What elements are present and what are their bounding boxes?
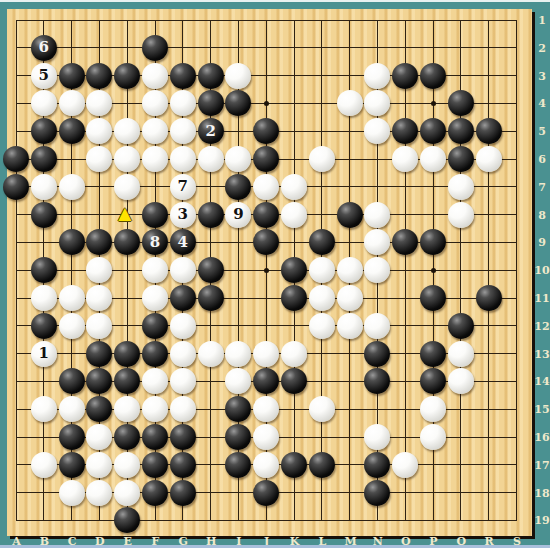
stone-white[interactable]: 1 (31, 341, 57, 367)
stone-black[interactable]: 4 (170, 229, 196, 255)
stone-black[interactable] (448, 146, 474, 172)
stone-black[interactable] (170, 63, 196, 89)
grid-line-vertical (405, 20, 406, 521)
stone-white[interactable] (448, 341, 474, 367)
stone-white[interactable] (309, 146, 335, 172)
stone-white[interactable] (59, 90, 85, 116)
stone-white[interactable] (170, 257, 196, 283)
stone-black[interactable] (3, 146, 29, 172)
stone-black[interactable] (31, 146, 57, 172)
row-label: 9 (534, 236, 550, 249)
row-label: 15 (534, 403, 550, 416)
stone-white[interactable]: 5 (31, 63, 57, 89)
move-number-label: 3 (178, 207, 188, 222)
stone-black[interactable] (59, 229, 85, 255)
stone-white[interactable] (170, 90, 196, 116)
stone-white[interactable] (86, 480, 112, 506)
stone-black[interactable] (420, 285, 446, 311)
stone-black[interactable] (142, 341, 168, 367)
row-label: 18 (534, 487, 550, 500)
move-number-label: 7 (178, 179, 188, 194)
stone-white[interactable] (59, 174, 85, 200)
stone-black[interactable] (114, 341, 140, 367)
stone-black[interactable] (59, 368, 85, 394)
move-number-label: 8 (150, 235, 160, 250)
stone-white[interactable] (86, 313, 112, 339)
stone-black[interactable] (448, 90, 474, 116)
stone-white[interactable] (309, 313, 335, 339)
stone-black[interactable] (142, 313, 168, 339)
stone-white[interactable] (420, 396, 446, 422)
stone-white[interactable] (364, 202, 390, 228)
star-point (431, 101, 436, 106)
stone-black[interactable] (225, 452, 251, 478)
stone-black[interactable] (198, 90, 224, 116)
stone-black[interactable] (142, 452, 168, 478)
stone-black[interactable] (59, 118, 85, 144)
row-label: 10 (534, 264, 550, 277)
stone-black[interactable] (198, 63, 224, 89)
move-number-label: 2 (205, 124, 215, 139)
move-number-label: 1 (39, 346, 49, 361)
row-label: 19 (534, 514, 550, 527)
stone-black[interactable] (170, 452, 196, 478)
stone-white[interactable] (114, 174, 140, 200)
stone-white[interactable] (31, 285, 57, 311)
stone-white[interactable] (448, 368, 474, 394)
stone-black[interactable] (31, 118, 57, 144)
stone-white[interactable] (170, 118, 196, 144)
stone-black[interactable] (281, 285, 307, 311)
stone-black[interactable] (3, 174, 29, 200)
stone-black[interactable]: 2 (198, 118, 224, 144)
row-label: 2 (534, 42, 550, 55)
stone-white[interactable] (142, 285, 168, 311)
stone-white[interactable] (170, 396, 196, 422)
row-label: 3 (534, 70, 550, 83)
stone-white[interactable] (59, 396, 85, 422)
stone-black[interactable] (364, 452, 390, 478)
stone-white[interactable] (170, 341, 196, 367)
stone-black[interactable] (114, 63, 140, 89)
stone-black[interactable] (142, 480, 168, 506)
stone-black[interactable] (198, 257, 224, 283)
stone-white[interactable] (198, 146, 224, 172)
stone-white[interactable] (309, 257, 335, 283)
stone-black[interactable] (309, 229, 335, 255)
stone-white[interactable] (337, 90, 363, 116)
stone-white[interactable] (476, 146, 502, 172)
stone-white[interactable] (281, 202, 307, 228)
row-label: 4 (534, 97, 550, 110)
stone-black[interactable] (170, 285, 196, 311)
stone-white[interactable] (142, 257, 168, 283)
grid-line-horizontal (16, 520, 517, 521)
stone-white[interactable] (337, 313, 363, 339)
stone-black[interactable] (31, 313, 57, 339)
go-board[interactable]: 652739841 (7, 9, 532, 536)
triangle-marker: ▲ (118, 205, 131, 222)
go-app-window: 652739841 ▲ABCDEFGHIJKLMNOPQRS1234567891… (0, 0, 550, 548)
stone-white[interactable] (253, 452, 279, 478)
stone-black[interactable] (364, 341, 390, 367)
stone-white[interactable] (170, 368, 196, 394)
stone-white[interactable] (364, 63, 390, 89)
stone-white[interactable] (337, 285, 363, 311)
stone-white[interactable] (114, 146, 140, 172)
stone-black[interactable] (170, 424, 196, 450)
stone-black[interactable] (364, 480, 390, 506)
stone-black[interactable] (281, 452, 307, 478)
stone-white[interactable] (420, 424, 446, 450)
stone-black[interactable] (31, 257, 57, 283)
stone-black[interactable] (253, 202, 279, 228)
grid-line-vertical (516, 20, 517, 521)
stone-white[interactable] (364, 313, 390, 339)
grid-line-vertical (488, 20, 489, 521)
stone-black[interactable] (198, 202, 224, 228)
stone-black[interactable] (253, 146, 279, 172)
stone-white[interactable] (31, 396, 57, 422)
row-label: 8 (534, 209, 550, 222)
stone-white[interactable]: 7 (170, 174, 196, 200)
stone-white[interactable] (142, 146, 168, 172)
stone-white[interactable] (59, 313, 85, 339)
stone-black[interactable] (309, 452, 335, 478)
stone-black[interactable] (281, 257, 307, 283)
move-number-label: 4 (178, 235, 188, 250)
row-label: 5 (534, 125, 550, 138)
stone-white[interactable] (337, 257, 363, 283)
stone-white[interactable] (31, 452, 57, 478)
stone-white[interactable] (448, 202, 474, 228)
stone-white[interactable] (392, 452, 418, 478)
stone-black[interactable] (59, 63, 85, 89)
stone-white[interactable] (448, 174, 474, 200)
stone-black[interactable] (142, 424, 168, 450)
row-label: 16 (534, 431, 550, 444)
stone-black[interactable] (86, 63, 112, 89)
stone-white[interactable] (225, 341, 251, 367)
stone-white[interactable] (86, 452, 112, 478)
stone-white[interactable] (225, 63, 251, 89)
stone-black[interactable] (420, 341, 446, 367)
stone-white[interactable] (253, 174, 279, 200)
stone-black[interactable] (31, 202, 57, 228)
row-label: 7 (534, 181, 550, 194)
row-label: 12 (534, 320, 550, 333)
stone-white[interactable] (309, 285, 335, 311)
stone-black[interactable]: 6 (31, 35, 57, 61)
stone-white[interactable] (114, 480, 140, 506)
row-label: 14 (534, 375, 550, 388)
star-point (431, 268, 436, 273)
row-label: 17 (534, 459, 550, 472)
stone-black[interactable] (392, 63, 418, 89)
stone-white[interactable] (114, 452, 140, 478)
stone-black[interactable] (476, 118, 502, 144)
stone-white[interactable] (281, 174, 307, 200)
stone-white[interactable] (59, 285, 85, 311)
stone-white[interactable] (281, 341, 307, 367)
stone-white[interactable] (31, 90, 57, 116)
stone-white[interactable] (170, 146, 196, 172)
stone-black[interactable] (420, 63, 446, 89)
row-label: 1 (534, 14, 550, 27)
stone-black[interactable] (142, 35, 168, 61)
star-point (264, 101, 269, 106)
stone-black[interactable] (86, 341, 112, 367)
star-point (264, 268, 269, 273)
move-number-label: 9 (233, 207, 243, 222)
row-label: 11 (534, 292, 550, 305)
stone-black[interactable] (448, 118, 474, 144)
stone-white[interactable] (253, 424, 279, 450)
stone-white[interactable] (309, 396, 335, 422)
stone-white[interactable] (392, 146, 418, 172)
stone-black[interactable] (253, 480, 279, 506)
stone-white[interactable] (198, 341, 224, 367)
stone-black[interactable] (476, 285, 502, 311)
stone-black[interactable] (420, 118, 446, 144)
stone-black[interactable] (142, 202, 168, 228)
stone-white[interactable] (59, 480, 85, 506)
stone-black[interactable] (198, 285, 224, 311)
row-label: 6 (534, 153, 550, 166)
stone-black[interactable] (170, 480, 196, 506)
move-number-label: 6 (39, 40, 49, 55)
stone-white[interactable] (142, 118, 168, 144)
stone-black[interactable] (114, 424, 140, 450)
stone-white[interactable] (142, 396, 168, 422)
stone-black[interactable] (59, 452, 85, 478)
move-number-label: 5 (39, 68, 49, 83)
stone-white[interactable]: 3 (170, 202, 196, 228)
stone-white[interactable]: 9 (225, 202, 251, 228)
stone-black[interactable] (337, 202, 363, 228)
stone-white[interactable] (253, 341, 279, 367)
row-label: 13 (534, 348, 550, 361)
stone-black[interactable] (59, 424, 85, 450)
stone-white[interactable] (31, 174, 57, 200)
stone-black[interactable] (225, 174, 251, 200)
stone-white[interactable] (420, 146, 446, 172)
stone-black[interactable] (448, 313, 474, 339)
stone-white[interactable] (142, 63, 168, 89)
stone-white[interactable] (170, 313, 196, 339)
